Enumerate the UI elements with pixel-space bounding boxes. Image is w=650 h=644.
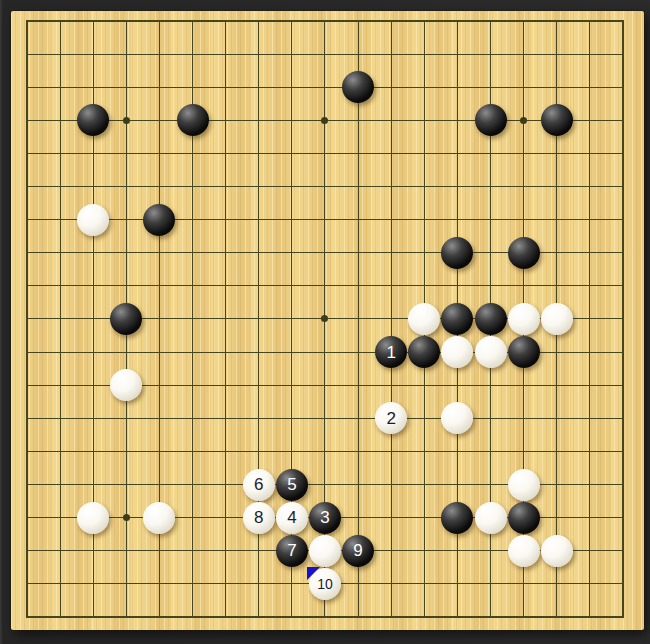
grid-vline [589, 20, 590, 618]
stone-black-c15-r10[interactable] [508, 336, 540, 368]
star-point [123, 117, 130, 124]
stone-black-c10-r16[interactable]: 9 [342, 535, 374, 567]
stone-white-c3-r11[interactable] [110, 369, 142, 401]
stone-black-c13-r15[interactable] [441, 502, 473, 534]
last-move-marker [307, 567, 320, 580]
stone-black-c2-r3[interactable] [77, 104, 109, 136]
stone-white-c15-r9[interactable] [508, 303, 540, 335]
stone-white-c4-r15[interactable] [143, 502, 175, 534]
stone-black-c10-r2[interactable] [342, 71, 374, 103]
grid-hline [26, 451, 624, 452]
stone-white-c2-r15[interactable] [77, 502, 109, 534]
move-number-label: 2 [375, 402, 407, 434]
stone-black-c5-r3[interactable] [177, 104, 209, 136]
stone-white-c9-r16[interactable] [309, 535, 341, 567]
stone-white-c12-r9[interactable] [408, 303, 440, 335]
move-number-label: 3 [309, 502, 341, 534]
stone-black-c13-r7[interactable] [441, 237, 473, 269]
move-number-label: 5 [276, 469, 308, 501]
stone-white-c15-r14[interactable] [508, 469, 540, 501]
stone-black-c15-r15[interactable] [508, 502, 540, 534]
stone-white-c14-r15[interactable] [475, 502, 507, 534]
grid-vline [358, 20, 359, 618]
stone-black-c9-r15[interactable]: 3 [309, 502, 341, 534]
stone-white-c13-r12[interactable] [441, 402, 473, 434]
stone-white-c2-r6[interactable] [77, 204, 109, 236]
move-number-label: 1 [375, 336, 407, 368]
move-number-label: 8 [243, 502, 275, 534]
stone-black-c8-r14[interactable]: 5 [276, 469, 308, 501]
star-point [321, 315, 328, 322]
star-point [123, 514, 130, 521]
stone-white-c11-r12[interactable]: 2 [375, 402, 407, 434]
stone-black-c13-r9[interactable] [441, 303, 473, 335]
stone-black-c16-r3[interactable] [541, 104, 573, 136]
stone-black-c14-r9[interactable] [475, 303, 507, 335]
grid-hline [26, 418, 624, 419]
stone-white-c15-r16[interactable] [508, 535, 540, 567]
stone-black-c15-r7[interactable] [508, 237, 540, 269]
stone-black-c8-r16[interactable]: 7 [276, 535, 308, 567]
stone-white-c13-r10[interactable] [441, 336, 473, 368]
stone-black-c11-r10[interactable]: 1 [375, 336, 407, 368]
stone-white-c7-r14[interactable]: 6 [243, 469, 275, 501]
grid-vline [622, 20, 624, 618]
star-point [520, 117, 527, 124]
grid-vline [391, 20, 392, 618]
stone-black-c12-r10[interactable] [408, 336, 440, 368]
stone-black-c14-r3[interactable] [475, 104, 507, 136]
stone-black-c3-r9[interactable] [110, 303, 142, 335]
star-point [321, 117, 328, 124]
move-number-label: 6 [243, 469, 275, 501]
stone-white-c16-r16[interactable] [541, 535, 573, 567]
stone-white-c16-r9[interactable] [541, 303, 573, 335]
move-number-label: 7 [276, 535, 308, 567]
move-number-label: 9 [342, 535, 374, 567]
stone-white-c14-r10[interactable] [475, 336, 507, 368]
stone-white-c8-r15[interactable]: 4 [276, 502, 308, 534]
grid-hline [26, 616, 624, 618]
go-board[interactable]: 12658437910 [11, 11, 644, 630]
stone-black-c4-r6[interactable] [143, 204, 175, 236]
stone-white-c7-r15[interactable]: 8 [243, 502, 275, 534]
move-number-label: 4 [276, 502, 308, 534]
